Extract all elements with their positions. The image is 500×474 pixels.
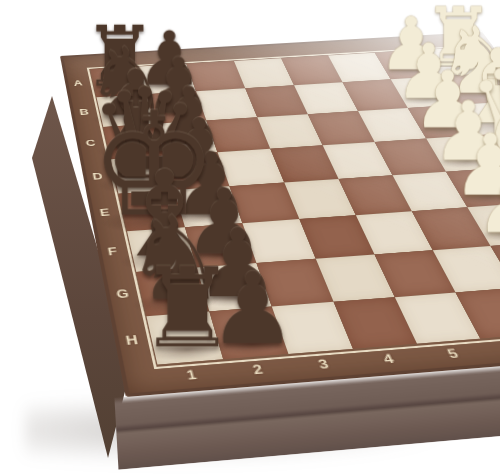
light-pawn-icon: ♟	[474, 236, 500, 333]
rank-label-5: 5	[445, 346, 461, 361]
rank-label-3: 3	[316, 356, 331, 372]
rank-label-1: 1	[185, 367, 198, 383]
rank-label-2: 2	[251, 362, 265, 378]
chess-board: ABCDEFGH12345678 ♜♞♝♛♚♝♞♜♟♟♟♟♟♟♟♟♟♟♟♟♟♟♟…	[60, 32, 500, 397]
dark-rook-icon: ♜	[91, 254, 284, 364]
rank-label-4: 4	[381, 351, 396, 366]
chess-set-photo: ABCDEFGH12345678 ♜♞♝♛♚♝♞♜♟♟♟♟♟♟♟♟♟♟♟♟♟♟♟…	[0, 0, 500, 474]
